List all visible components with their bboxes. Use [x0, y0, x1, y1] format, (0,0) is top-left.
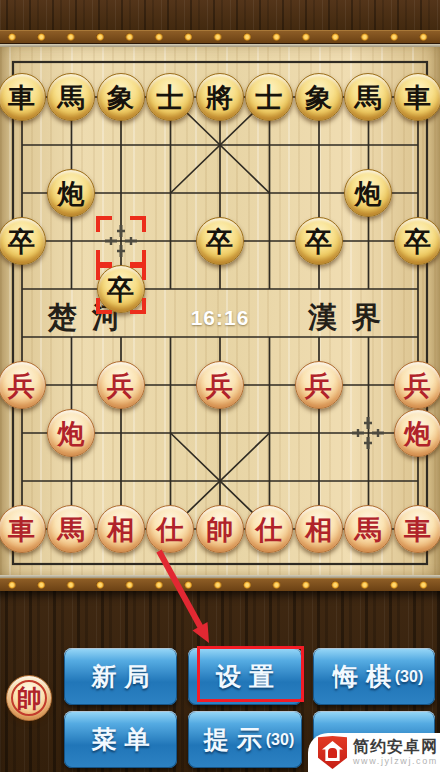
piece-glyph: 相 — [305, 515, 332, 543]
piece-glyph: 車 — [8, 83, 35, 111]
piece-black-士[interactable]: 士 — [146, 73, 194, 121]
piece-glyph: 馬 — [58, 83, 85, 111]
piece-red-車[interactable]: 車 — [394, 505, 440, 553]
button-hint[interactable]: 提示(30) — [188, 711, 302, 768]
piece-black-車[interactable]: 車 — [394, 73, 440, 121]
button-label: 菜单 — [84, 723, 158, 756]
settings-highlight-box — [197, 646, 304, 702]
move-marker-brackets-black-pawn-move-origin — [96, 216, 146, 266]
button-label: 提示 — [196, 723, 270, 756]
piece-glyph: 馬 — [355, 83, 382, 111]
piece-glyph: 兵 — [305, 371, 332, 399]
piece-glyph: 仕 — [157, 515, 184, 543]
watermark-url: www.jylzwj.com — [353, 757, 438, 766]
piece-glyph: 車 — [404, 515, 431, 543]
piece-black-卒[interactable]: 卒 — [196, 217, 244, 265]
piece-red-相[interactable]: 相 — [97, 505, 145, 553]
xiangqi-app-screen: 楚河 漢界 16:16 車馬象士將士象馬車炮炮卒卒卒卒卒兵兵兵兵兵炮炮車馬相仕帥… — [0, 0, 440, 772]
piece-glyph: 卒 — [404, 227, 431, 255]
watermark-badge: 简约安卓网 www.jylzwj.com — [308, 733, 440, 772]
piece-glyph: 馬 — [355, 515, 382, 543]
button-label: 悔棋 — [325, 660, 399, 693]
button-undo[interactable]: 悔棋(30) — [313, 648, 435, 705]
piece-red-炮[interactable]: 炮 — [394, 409, 440, 457]
hero-piece-ring — [11, 680, 47, 716]
piece-glyph: 象 — [107, 83, 134, 111]
piece-glyph: 車 — [404, 83, 431, 111]
piece-glyph: 仕 — [256, 515, 283, 543]
piece-black-士[interactable]: 士 — [245, 73, 293, 121]
hero-general-piece-icon: 帥 — [6, 675, 52, 721]
piece-black-象[interactable]: 象 — [97, 73, 145, 121]
piece-red-兵[interactable]: 兵 — [97, 361, 145, 409]
piece-red-兵[interactable]: 兵 — [196, 361, 244, 409]
piece-glyph: 兵 — [107, 371, 134, 399]
piece-glyph: 炮 — [58, 179, 85, 207]
piece-glyph: 卒 — [206, 227, 233, 255]
move-marker-crosshair-red-cannon-move-origin — [350, 415, 386, 451]
piece-glyph: 兵 — [206, 371, 233, 399]
button-new-game[interactable]: 新局 — [64, 648, 177, 705]
piece-black-馬[interactable]: 馬 — [47, 73, 95, 121]
button-label: 新局 — [84, 660, 158, 693]
watermark-site-name: 简约安卓网 — [353, 739, 438, 755]
button-count: (30) — [395, 668, 423, 686]
watermark-shield-icon — [318, 736, 347, 769]
piece-black-馬[interactable]: 馬 — [344, 73, 392, 121]
button-menu[interactable]: 菜单 — [64, 711, 177, 768]
piece-glyph: 象 — [305, 83, 332, 111]
piece-glyph: 兵 — [404, 371, 431, 399]
piece-black-卒[interactable]: 卒 — [295, 217, 343, 265]
piece-glyph: 卒 — [305, 227, 332, 255]
piece-black-卒[interactable]: 卒 — [394, 217, 440, 265]
piece-glyph: 士 — [256, 83, 283, 111]
river-label-right: 漢界 — [308, 298, 396, 338]
piece-glyph: 相 — [107, 515, 134, 543]
piece-red-仕[interactable]: 仕 — [146, 505, 194, 553]
piece-red-炮[interactable]: 炮 — [47, 409, 95, 457]
piece-glyph: 炮 — [58, 419, 85, 447]
game-timer: 16:16 — [191, 306, 250, 330]
piece-glyph: 卒 — [8, 227, 35, 255]
button-count: (30) — [266, 731, 294, 749]
piece-black-炮[interactable]: 炮 — [47, 169, 95, 217]
piece-red-兵[interactable]: 兵 — [394, 361, 440, 409]
piece-glyph: 馬 — [58, 515, 85, 543]
piece-red-馬[interactable]: 馬 — [47, 505, 95, 553]
move-marker-brackets-black-pawn-move-destination — [96, 264, 146, 314]
piece-glyph: 帥 — [206, 515, 233, 543]
piece-red-相[interactable]: 相 — [295, 505, 343, 553]
piece-red-仕[interactable]: 仕 — [245, 505, 293, 553]
piece-glyph: 兵 — [8, 371, 35, 399]
piece-glyph: 將 — [206, 83, 233, 111]
piece-black-炮[interactable]: 炮 — [344, 169, 392, 217]
piece-black-將[interactable]: 將 — [196, 73, 244, 121]
android-robot-icon — [328, 748, 337, 758]
piece-glyph: 車 — [8, 515, 35, 543]
piece-red-馬[interactable]: 馬 — [344, 505, 392, 553]
piece-glyph: 炮 — [404, 419, 431, 447]
piece-glyph: 士 — [157, 83, 184, 111]
piece-black-象[interactable]: 象 — [295, 73, 343, 121]
piece-glyph: 炮 — [355, 179, 382, 207]
piece-red-兵[interactable]: 兵 — [295, 361, 343, 409]
piece-red-帥[interactable]: 帥 — [196, 505, 244, 553]
